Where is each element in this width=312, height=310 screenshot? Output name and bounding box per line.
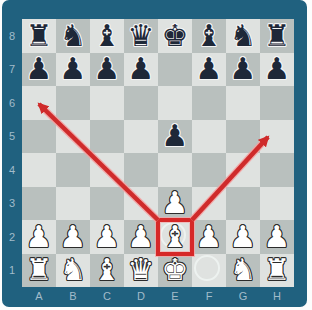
white-pawn[interactable]: ♟: [22, 220, 56, 254]
white-pawn[interactable]: ♟: [226, 220, 260, 254]
square-f8[interactable]: ♝: [192, 19, 226, 53]
square-e1[interactable]: ♚: [158, 254, 192, 288]
square-d4[interactable]: [124, 153, 158, 187]
square-c2[interactable]: ♟: [90, 220, 124, 254]
square-e6[interactable]: [158, 86, 192, 120]
rank-labels: 87654321: [2, 19, 22, 287]
white-knight[interactable]: ♞: [56, 254, 90, 288]
rank-label-2: 2: [2, 220, 22, 254]
move-ghost-circle-f1: [194, 255, 220, 281]
rank-label-8: 8: [2, 19, 22, 53]
square-g1[interactable]: ♞: [226, 254, 260, 288]
black-pawn[interactable]: ♟: [192, 53, 226, 87]
square-b7[interactable]: ♟: [56, 53, 90, 87]
square-a2[interactable]: ♟: [22, 220, 56, 254]
square-c5[interactable]: [90, 120, 124, 154]
white-pawn[interactable]: ♟: [158, 187, 192, 221]
rank-label-7: 7: [2, 53, 22, 87]
square-h3[interactable]: [260, 187, 294, 221]
square-c7[interactable]: ♟: [90, 53, 124, 87]
chess-board[interactable]: ♜♞♝♛♚♝♞♜♟♟♟♟♟♟♟♟♟♟♟♟♟♝♟♟♟♜♞♝♛♚♞♜: [22, 19, 294, 287]
square-c4[interactable]: [90, 153, 124, 187]
black-king[interactable]: ♚: [158, 19, 192, 53]
white-pawn[interactable]: ♟: [124, 220, 158, 254]
square-f1[interactable]: [192, 254, 226, 288]
square-b1[interactable]: ♞: [56, 254, 90, 288]
rank-label-5: 5: [2, 120, 22, 154]
file-label-h: H: [260, 287, 294, 305]
square-g6[interactable]: [226, 86, 260, 120]
white-knight[interactable]: ♞: [226, 254, 260, 288]
square-a1[interactable]: ♜: [22, 254, 56, 288]
file-label-a: A: [22, 287, 56, 305]
square-e2[interactable]: ♝: [158, 220, 192, 254]
rank-label-3: 3: [2, 187, 22, 221]
square-h5[interactable]: [260, 120, 294, 154]
square-h4[interactable]: [260, 153, 294, 187]
black-pawn[interactable]: ♟: [56, 53, 90, 87]
square-g2[interactable]: ♟: [226, 220, 260, 254]
rank-label-6: 6: [2, 86, 22, 120]
file-label-d: D: [124, 287, 158, 305]
square-d5[interactable]: [124, 120, 158, 154]
black-rook[interactable]: ♜: [260, 19, 294, 53]
square-b2[interactable]: ♟: [56, 220, 90, 254]
file-label-c: C: [90, 287, 124, 305]
square-b4[interactable]: [56, 153, 90, 187]
white-rook[interactable]: ♜: [22, 254, 56, 288]
square-h6[interactable]: [260, 86, 294, 120]
square-h7[interactable]: ♟: [260, 53, 294, 87]
black-queen[interactable]: ♛: [124, 19, 158, 53]
square-a8[interactable]: ♜: [22, 19, 56, 53]
black-knight[interactable]: ♞: [226, 19, 260, 53]
square-d2[interactable]: ♟: [124, 220, 158, 254]
square-e8[interactable]: ♚: [158, 19, 192, 53]
file-label-f: F: [192, 287, 226, 305]
square-d1[interactable]: ♛: [124, 254, 158, 288]
square-f2[interactable]: ♟: [192, 220, 226, 254]
square-b6[interactable]: [56, 86, 90, 120]
square-g7[interactable]: ♟: [226, 53, 260, 87]
white-bishop[interactable]: ♝: [158, 220, 192, 254]
white-rook[interactable]: ♜: [260, 254, 294, 288]
square-b3[interactable]: [56, 187, 90, 221]
square-f7[interactable]: ♟: [192, 53, 226, 87]
square-g4[interactable]: [226, 153, 260, 187]
file-label-e: E: [158, 287, 192, 305]
square-e4[interactable]: [158, 153, 192, 187]
square-e5[interactable]: ♟: [158, 120, 192, 154]
white-pawn[interactable]: ♟: [192, 220, 226, 254]
black-pawn[interactable]: ♟: [158, 120, 192, 154]
square-d7[interactable]: ♟: [124, 53, 158, 87]
square-g5[interactable]: [226, 120, 260, 154]
square-c8[interactable]: ♝: [90, 19, 124, 53]
square-b8[interactable]: ♞: [56, 19, 90, 53]
file-label-b: B: [56, 287, 90, 305]
white-pawn[interactable]: ♟: [90, 220, 124, 254]
square-c1[interactable]: ♝: [90, 254, 124, 288]
square-a7[interactable]: ♟: [22, 53, 56, 87]
rank-label-4: 4: [2, 153, 22, 187]
white-pawn[interactable]: ♟: [260, 220, 294, 254]
square-d8[interactable]: ♛: [124, 19, 158, 53]
black-knight[interactable]: ♞: [56, 19, 90, 53]
square-b5[interactable]: [56, 120, 90, 154]
white-queen[interactable]: ♛: [124, 254, 158, 288]
square-h8[interactable]: ♜: [260, 19, 294, 53]
square-f3[interactable]: [192, 187, 226, 221]
square-f5[interactable]: [192, 120, 226, 154]
black-pawn[interactable]: ♟: [22, 53, 56, 87]
square-a6[interactable]: [22, 86, 56, 120]
square-c3[interactable]: [90, 187, 124, 221]
square-e7[interactable]: [158, 53, 192, 87]
black-rook[interactable]: ♜: [22, 19, 56, 53]
square-f6[interactable]: [192, 86, 226, 120]
file-label-g: G: [226, 287, 260, 305]
square-a5[interactable]: [22, 120, 56, 154]
square-e3[interactable]: ♟: [158, 187, 192, 221]
square-c6[interactable]: [90, 86, 124, 120]
white-king[interactable]: ♚: [158, 254, 192, 288]
square-h1[interactable]: ♜: [260, 254, 294, 288]
square-h2[interactable]: ♟: [260, 220, 294, 254]
square-g3[interactable]: [226, 187, 260, 221]
file-labels: ABCDEFGH: [22, 287, 294, 305]
black-bishop[interactable]: ♝: [192, 19, 226, 53]
square-f4[interactable]: [192, 153, 226, 187]
white-bishop[interactable]: ♝: [90, 254, 124, 288]
black-pawn[interactable]: ♟: [124, 53, 158, 87]
square-d3[interactable]: [124, 187, 158, 221]
square-a3[interactable]: [22, 187, 56, 221]
black-pawn[interactable]: ♟: [260, 53, 294, 87]
rank-label-1: 1: [2, 254, 22, 288]
square-a4[interactable]: [22, 153, 56, 187]
white-pawn[interactable]: ♟: [56, 220, 90, 254]
square-d6[interactable]: [124, 86, 158, 120]
square-g8[interactable]: ♞: [226, 19, 260, 53]
black-pawn[interactable]: ♟: [226, 53, 260, 87]
black-bishop[interactable]: ♝: [90, 19, 124, 53]
black-pawn[interactable]: ♟: [90, 53, 124, 87]
